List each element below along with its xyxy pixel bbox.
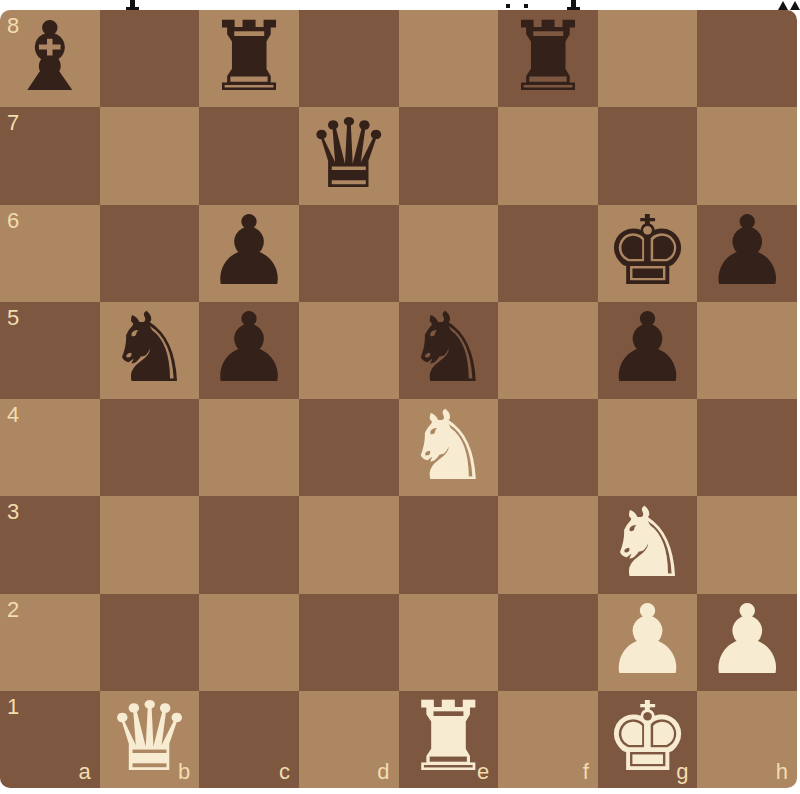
square-f3[interactable] <box>498 496 598 593</box>
square-c5[interactable]: ♟ <box>199 302 299 399</box>
square-g5[interactable]: ♟ <box>598 302 698 399</box>
square-e8[interactable] <box>399 10 499 107</box>
piece-black-knight[interactable]: ♞ <box>106 300 192 396</box>
piece-white-pawn[interactable]: ♟ <box>605 592 691 688</box>
piece-white-rook[interactable]: ♜ <box>405 689 491 785</box>
square-a3[interactable]: 3 <box>0 496 100 593</box>
rank-label-6: 6 <box>7 210 19 232</box>
square-h1[interactable]: h <box>697 691 797 788</box>
square-f8[interactable]: ♜ <box>498 10 598 107</box>
square-a2[interactable]: 2 <box>0 594 100 691</box>
piece-black-pawn[interactable]: ♟ <box>704 203 790 299</box>
square-a4[interactable]: 4 <box>0 399 100 496</box>
cropped-text-line <box>0 0 800 10</box>
square-b8[interactable] <box>100 10 200 107</box>
square-h5[interactable] <box>697 302 797 399</box>
square-g8[interactable] <box>598 10 698 107</box>
square-h4[interactable] <box>697 399 797 496</box>
text-fragment-stem <box>571 0 576 10</box>
rank-label-4: 4 <box>7 404 19 426</box>
square-c4[interactable] <box>199 399 299 496</box>
piece-black-knight[interactable]: ♞ <box>405 300 491 396</box>
square-e2[interactable] <box>399 594 499 691</box>
rank-label-5: 5 <box>7 307 19 329</box>
square-c1[interactable]: c <box>199 691 299 788</box>
square-c6[interactable]: ♟ <box>199 205 299 302</box>
chess-board[interactable]: 8♝♜♜7♛6♟♚♟5♞♟♞♟4♞3♞2♟♟1ab♛cde♜fg♚h <box>0 10 797 788</box>
piece-black-queen[interactable]: ♛ <box>306 106 392 202</box>
square-b2[interactable] <box>100 594 200 691</box>
square-a6[interactable]: 6 <box>0 205 100 302</box>
square-a7[interactable]: 7 <box>0 107 100 204</box>
piece-white-pawn[interactable]: ♟ <box>704 592 790 688</box>
square-d1[interactable]: d <box>299 691 399 788</box>
rank-label-7: 7 <box>7 112 19 134</box>
text-fragment-dot <box>506 4 510 8</box>
rank-label-3: 3 <box>7 501 19 523</box>
square-g1[interactable]: g♚ <box>598 691 698 788</box>
piece-black-rook[interactable]: ♜ <box>206 10 292 105</box>
square-b7[interactable] <box>100 107 200 204</box>
square-d3[interactable] <box>299 496 399 593</box>
text-fragment-dot <box>524 4 528 8</box>
file-label-f: f <box>583 761 589 783</box>
square-b3[interactable] <box>100 496 200 593</box>
square-c8[interactable]: ♜ <box>199 10 299 107</box>
square-d2[interactable] <box>299 594 399 691</box>
square-f5[interactable] <box>498 302 598 399</box>
square-e6[interactable] <box>399 205 499 302</box>
piece-black-bishop[interactable]: ♝ <box>7 10 93 105</box>
text-fragment-caret-pair <box>778 0 800 10</box>
square-h2[interactable]: ♟ <box>697 594 797 691</box>
rank-label-1: 1 <box>7 696 19 718</box>
square-d4[interactable] <box>299 399 399 496</box>
file-label-c: c <box>279 761 290 783</box>
square-c2[interactable] <box>199 594 299 691</box>
square-h8[interactable] <box>697 10 797 107</box>
square-e3[interactable] <box>399 496 499 593</box>
square-b4[interactable] <box>100 399 200 496</box>
square-h7[interactable] <box>697 107 797 204</box>
square-a1[interactable]: 1a <box>0 691 100 788</box>
square-b6[interactable] <box>100 205 200 302</box>
square-b5[interactable]: ♞ <box>100 302 200 399</box>
square-c7[interactable] <box>199 107 299 204</box>
square-c3[interactable] <box>199 496 299 593</box>
square-f2[interactable] <box>498 594 598 691</box>
square-d6[interactable] <box>299 205 399 302</box>
square-g3[interactable]: ♞ <box>598 496 698 593</box>
square-g2[interactable]: ♟ <box>598 594 698 691</box>
square-a5[interactable]: 5 <box>0 302 100 399</box>
square-d8[interactable] <box>299 10 399 107</box>
square-g4[interactable] <box>598 399 698 496</box>
square-a8[interactable]: 8♝ <box>0 10 100 107</box>
file-label-a: a <box>78 761 90 783</box>
square-b1[interactable]: b♛ <box>100 691 200 788</box>
square-f6[interactable] <box>498 205 598 302</box>
piece-white-knight[interactable]: ♞ <box>405 398 491 494</box>
square-h6[interactable]: ♟ <box>697 205 797 302</box>
square-f4[interactable] <box>498 399 598 496</box>
piece-white-knight[interactable]: ♞ <box>605 495 691 591</box>
square-e5[interactable]: ♞ <box>399 302 499 399</box>
piece-black-pawn[interactable]: ♟ <box>206 203 292 299</box>
square-e7[interactable] <box>399 107 499 204</box>
rank-label-2: 2 <box>7 599 19 621</box>
square-h3[interactable] <box>697 496 797 593</box>
piece-black-pawn[interactable]: ♟ <box>605 300 691 396</box>
square-g6[interactable]: ♚ <box>598 205 698 302</box>
square-e1[interactable]: e♜ <box>399 691 499 788</box>
square-d5[interactable] <box>299 302 399 399</box>
piece-white-king[interactable]: ♚ <box>605 689 691 785</box>
file-label-h: h <box>776 761 788 783</box>
file-label-d: d <box>377 761 389 783</box>
text-fragment-stem <box>130 0 135 10</box>
piece-black-king[interactable]: ♚ <box>605 203 691 299</box>
square-d7[interactable]: ♛ <box>299 107 399 204</box>
square-g7[interactable] <box>598 107 698 204</box>
square-f7[interactable] <box>498 107 598 204</box>
square-f1[interactable]: f <box>498 691 598 788</box>
piece-white-queen[interactable]: ♛ <box>106 689 192 785</box>
piece-black-rook[interactable]: ♜ <box>505 10 591 105</box>
piece-black-pawn[interactable]: ♟ <box>206 300 292 396</box>
square-e4[interactable]: ♞ <box>399 399 499 496</box>
